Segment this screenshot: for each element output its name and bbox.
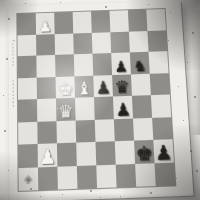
square-g5 <box>131 73 151 96</box>
square-a3 <box>18 121 37 144</box>
square-c7 <box>55 33 74 55</box>
square-e8 <box>91 11 110 33</box>
square-f1 <box>116 163 137 187</box>
square-g1 <box>135 163 156 187</box>
square-h7 <box>147 30 167 52</box>
film-grain-speck <box>4 130 6 132</box>
square-h2: ♟ <box>153 139 174 163</box>
square-a1: ◈ <box>18 167 38 191</box>
square-e7 <box>92 32 111 54</box>
square-f4: ♟ <box>113 96 133 119</box>
square-b2: ♟ <box>38 143 58 167</box>
board-logo-icon: ◈ <box>24 173 33 185</box>
chess-piece-bN: ♞ <box>133 58 147 74</box>
chess-piece-wQ: ♛ <box>58 102 74 120</box>
square-h5 <box>150 73 170 96</box>
square-b8: ♟ <box>36 13 55 35</box>
chess-piece-bP: ♟ <box>154 142 172 163</box>
square-e1 <box>96 164 116 188</box>
film-grain-speck <box>25 3 26 4</box>
square-d7 <box>73 32 92 54</box>
square-a6 <box>18 56 37 78</box>
photo-edge-shading <box>191 10 200 135</box>
chess-piece-bK: ♚ <box>135 143 153 164</box>
square-b4 <box>37 98 56 121</box>
square-f3 <box>114 118 134 141</box>
square-c2 <box>57 143 77 167</box>
square-f6: ♟ <box>111 52 131 74</box>
square-g2: ♚ <box>134 140 154 164</box>
square-d1 <box>77 165 97 189</box>
square-d5: ♝ <box>74 75 94 98</box>
square-e3 <box>95 119 115 142</box>
square-c5: ♚ <box>56 76 75 99</box>
chess-piece-bP: ♟ <box>95 79 111 97</box>
square-a2 <box>18 144 38 168</box>
film-grain-speck <box>187 62 188 63</box>
square-h6 <box>149 51 169 73</box>
square-h1 <box>155 162 176 186</box>
square-g4 <box>132 95 152 118</box>
square-c4: ♛ <box>56 98 76 121</box>
film-grain-speck <box>192 32 194 34</box>
chess-piece-wP: ♟ <box>39 146 57 167</box>
square-c1 <box>57 166 77 190</box>
board-grid: ♟♟♞♚♝♟♛♛♟♟♚♟◈ <box>17 9 175 191</box>
square-c6 <box>55 54 74 76</box>
square-b7 <box>36 34 55 56</box>
square-a5 <box>18 77 37 100</box>
square-b3 <box>37 121 57 144</box>
chess-piece-wB: ♝ <box>76 80 92 98</box>
square-h3 <box>152 117 172 140</box>
square-d3 <box>76 119 96 142</box>
square-b5 <box>37 77 56 100</box>
chess-piece-bQ: ♛ <box>114 79 130 97</box>
square-b6 <box>36 55 55 77</box>
square-e4 <box>94 96 114 119</box>
square-f2 <box>115 141 135 165</box>
square-d4 <box>75 97 95 120</box>
square-h4 <box>151 94 171 117</box>
chess-piece-wP: ♟ <box>39 19 52 34</box>
square-g3 <box>133 117 153 140</box>
film-grain-speck <box>194 96 196 98</box>
film-grain-speck <box>3 95 4 96</box>
square-g6: ♞ <box>130 52 150 74</box>
square-a4 <box>18 99 37 122</box>
square-a8 <box>17 13 36 35</box>
chessboard: ∙∙∙∙∙∙∙∙ ∙∙∙∙∙∙∙∙ ♟♟♞♚♝♟♛♛♟♟♚♟◈ <box>9 1 194 200</box>
film-grain-speck <box>60 2 61 3</box>
square-d2 <box>76 142 96 166</box>
chess-piece-bP: ♟ <box>115 100 131 118</box>
square-d6 <box>74 54 93 76</box>
square-e5: ♟ <box>93 75 113 98</box>
board-margin-text: ∙∙∙∙∙∙∙∙ <box>11 79 15 108</box>
chess-piece-bP: ♟ <box>114 59 128 75</box>
chess-piece-wK: ♚ <box>57 80 73 98</box>
square-g7 <box>129 31 149 53</box>
square-g8 <box>128 10 148 32</box>
square-d8 <box>73 11 92 33</box>
square-f7 <box>110 31 130 53</box>
film-grain-speck <box>6 58 8 60</box>
square-f8 <box>109 10 128 32</box>
square-h8 <box>146 9 166 31</box>
square-c3 <box>56 120 76 143</box>
board-margin-text: ∙∙∙∙∙∙∙∙ <box>11 39 15 67</box>
square-a7 <box>17 34 36 56</box>
square-f5: ♛ <box>112 74 132 97</box>
film-grain-speck <box>196 170 198 172</box>
square-e2 <box>95 141 115 165</box>
square-b1 <box>38 166 58 190</box>
square-e6 <box>92 53 112 75</box>
square-c8 <box>54 12 73 34</box>
photo-background: ∙∙∙∙∙∙∙∙ ∙∙∙∙∙∙∙∙ ♟♟♞♚♝♟♛♛♟♟♚♟◈ <box>0 0 200 200</box>
